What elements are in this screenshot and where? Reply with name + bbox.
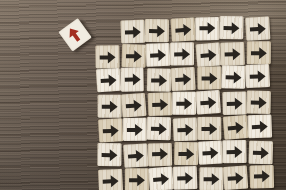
grid-cell	[196, 66, 222, 91]
right-arrow-tile	[195, 17, 219, 41]
grid-cell	[95, 68, 121, 93]
arrow-icon	[123, 45, 144, 66]
grid-cell	[147, 117, 173, 142]
outlier-red-arrow-tile	[58, 18, 91, 51]
arrow-icon	[224, 141, 244, 161]
right-arrow-tile	[147, 69, 171, 93]
right-arrow-tile	[148, 166, 173, 190]
grid-cell	[172, 116, 198, 141]
right-arrow-tile	[97, 143, 121, 166]
arrow-icon	[124, 119, 144, 139]
grid-cell	[248, 139, 274, 164]
arrow-icon	[99, 144, 119, 164]
right-arrow-tile	[223, 165, 248, 190]
grid-cell	[247, 114, 273, 139]
right-arrow-tile	[145, 42, 170, 66]
arrow-icon	[198, 44, 219, 65]
grid-cell	[96, 93, 122, 118]
arrow-icon	[100, 120, 121, 141]
grid-cell	[120, 43, 146, 68]
grid-cell	[246, 65, 272, 90]
grid-cell	[145, 42, 171, 67]
grid-cell	[197, 140, 223, 165]
right-arrow-tile	[98, 118, 123, 142]
grid-cell	[245, 15, 271, 40]
right-arrow-tile	[171, 67, 196, 91]
grid-cell	[169, 17, 195, 42]
grid-cell	[222, 115, 248, 140]
arrow-icon	[249, 116, 270, 137]
right-arrow-tile	[173, 117, 198, 141]
right-arrow-tile	[196, 42, 221, 67]
right-arrow-tile	[170, 42, 194, 65]
right-arrow-tile	[247, 41, 271, 64]
arrow-icon	[100, 170, 121, 190]
arrow-icon	[175, 119, 196, 140]
grid-cell	[248, 164, 274, 189]
right-arrow-tile	[97, 95, 121, 118]
right-arrow-tile	[197, 67, 221, 91]
right-arrow-tile	[145, 19, 169, 42]
grid-cell	[195, 41, 221, 66]
arrow-icon	[174, 93, 194, 113]
arrow-icon	[149, 70, 169, 90]
right-arrow-tile	[221, 66, 245, 90]
grid-cell	[95, 43, 121, 68]
arrow-icon	[252, 166, 272, 186]
arrow-icon	[249, 92, 269, 112]
right-arrow-tile	[245, 64, 270, 88]
grid-cell	[221, 90, 247, 115]
arrow-icon	[150, 168, 171, 189]
arrow-icon	[247, 18, 268, 39]
arrow-icon	[200, 142, 221, 163]
arrow-icon	[225, 167, 246, 188]
grid-cell	[121, 92, 147, 117]
arrow-icon	[199, 118, 219, 138]
grid-cell	[170, 42, 196, 67]
right-arrow-tile	[222, 140, 246, 164]
grid-cell	[97, 143, 123, 168]
right-arrow-tile	[196, 90, 221, 115]
right-arrow-tile	[121, 44, 145, 68]
arrow-icon	[224, 93, 244, 113]
arrow-icon	[123, 95, 144, 116]
arrow-icon	[125, 145, 146, 166]
grid-cell	[196, 91, 222, 116]
arrow-icon	[99, 97, 119, 117]
grid-cell	[171, 91, 197, 116]
right-arrow-tile	[247, 91, 271, 115]
right-arrow-tile	[95, 45, 119, 69]
right-arrow-tile	[171, 17, 196, 42]
arrow-icon	[222, 43, 243, 64]
arrow-icon	[249, 42, 269, 62]
grid-cell	[198, 165, 224, 190]
grid-cell	[173, 166, 199, 190]
grid-cell	[98, 167, 124, 190]
arrow-icon	[149, 144, 169, 164]
grid-cell	[145, 67, 171, 92]
grid-cell	[96, 118, 122, 143]
grid-cell	[123, 167, 149, 190]
arrow-icon	[61, 21, 88, 48]
arrow-icon	[126, 169, 146, 189]
arrow-icon	[175, 167, 196, 188]
grid-cell	[172, 141, 198, 166]
grid-cell	[223, 140, 249, 165]
arrow-icon	[148, 118, 169, 139]
arrow-icon	[122, 69, 142, 89]
grid-cell	[148, 166, 174, 190]
right-arrow-tile	[219, 16, 243, 40]
grid-cell	[220, 40, 246, 65]
right-arrow-tile	[248, 114, 272, 138]
right-arrow-tile	[250, 165, 274, 189]
arrow-icon	[201, 168, 221, 188]
arrow-icon	[225, 117, 246, 138]
grid-cell	[94, 19, 120, 44]
grid-cell	[147, 141, 173, 166]
grid-cell	[194, 16, 220, 41]
grid-cell	[122, 142, 148, 167]
right-arrow-tile	[123, 143, 148, 168]
arrow-icon	[197, 18, 217, 38]
grid-cell	[146, 92, 172, 117]
right-arrow-tile	[223, 115, 248, 140]
grid-cell	[171, 66, 197, 91]
grid-cell	[219, 16, 245, 41]
arrow-icon	[247, 66, 268, 87]
arrow-icon	[176, 143, 196, 163]
grid-cell	[246, 89, 272, 114]
arrow-icon	[172, 69, 193, 90]
right-arrow-tile	[122, 118, 146, 142]
grid-cell	[197, 115, 223, 140]
right-arrow-tile	[198, 140, 223, 164]
right-arrow-tile	[148, 143, 172, 167]
arrow-icon	[251, 142, 272, 163]
right-arrow-tile	[174, 142, 198, 166]
right-arrow-tile	[173, 166, 197, 190]
grid-cell	[119, 18, 145, 43]
right-arrow-tile	[199, 167, 223, 190]
right-arrow-tile	[120, 68, 144, 92]
right-arrow-tile	[120, 20, 144, 44]
arrow-tile-grid	[94, 15, 274, 190]
arrow-icon	[172, 44, 192, 64]
right-arrow-tile	[249, 141, 273, 165]
arrow-icon	[122, 21, 143, 42]
photo-stage	[0, 0, 286, 190]
grid-cell	[144, 17, 170, 42]
grid-cell	[245, 40, 271, 65]
right-arrow-tile	[172, 92, 196, 115]
right-arrow-tile	[125, 168, 149, 190]
arrow-icon	[147, 20, 167, 40]
grid-cell	[122, 117, 148, 142]
arrow-icon	[223, 67, 244, 88]
arrow-icon	[172, 19, 193, 40]
arrow-icon	[97, 70, 118, 91]
right-arrow-tile	[96, 68, 121, 93]
right-arrow-tile	[197, 117, 221, 140]
arrow-icon	[199, 68, 219, 88]
right-arrow-tile	[98, 168, 123, 190]
arrow-icon	[149, 94, 170, 115]
grid-cell	[120, 68, 146, 93]
arrow-icon	[198, 92, 219, 113]
right-arrow-tile	[121, 93, 146, 118]
right-arrow-tile	[220, 42, 244, 66]
right-arrow-tile	[146, 117, 170, 141]
arrow-icon	[221, 17, 241, 37]
right-arrow-tile	[245, 16, 270, 40]
right-arrow-tile	[148, 93, 172, 117]
arrow-icon	[97, 46, 117, 66]
grid-cell	[221, 65, 247, 90]
grid-cell	[223, 164, 249, 189]
right-arrow-tile	[223, 92, 247, 116]
arrow-icon	[147, 44, 168, 65]
